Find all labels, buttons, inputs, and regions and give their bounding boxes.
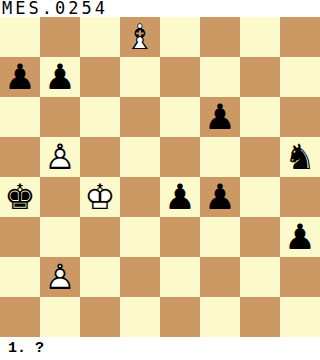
square-a3[interactable]	[0, 217, 40, 257]
square-f5[interactable]	[200, 137, 240, 177]
piece-white-pawn	[40, 137, 80, 177]
square-f3[interactable]	[200, 217, 240, 257]
square-c2[interactable]	[80, 257, 120, 297]
square-g2[interactable]	[240, 257, 280, 297]
piece-black-pawn: ♟	[0, 57, 40, 97]
square-a5[interactable]	[0, 137, 40, 177]
square-b8[interactable]	[40, 17, 80, 57]
square-f8[interactable]	[200, 17, 240, 57]
square-h1[interactable]	[280, 297, 320, 337]
square-e6[interactable]	[160, 97, 200, 137]
square-g6[interactable]	[240, 97, 280, 137]
square-d1[interactable]	[120, 297, 160, 337]
piece-black-knight: ♞	[280, 137, 320, 177]
square-b3[interactable]	[40, 217, 80, 257]
move-prompt: 1. ?	[0, 337, 320, 360]
square-e1[interactable]	[160, 297, 200, 337]
square-c1[interactable]	[80, 297, 120, 337]
piece-white-pawn	[40, 257, 80, 297]
square-a2[interactable]	[0, 257, 40, 297]
square-e7[interactable]	[160, 57, 200, 97]
square-a8[interactable]	[0, 17, 40, 57]
square-e3[interactable]	[160, 217, 200, 257]
square-a6[interactable]	[0, 97, 40, 137]
square-b4[interactable]	[40, 177, 80, 217]
square-h8[interactable]	[280, 17, 320, 57]
square-b6[interactable]	[40, 97, 80, 137]
piece-black-pawn: ♟	[200, 177, 240, 217]
square-b2[interactable]	[40, 257, 80, 297]
square-e8[interactable]	[160, 17, 200, 57]
square-c6[interactable]	[80, 97, 120, 137]
square-h7[interactable]	[280, 57, 320, 97]
square-g7[interactable]	[240, 57, 280, 97]
square-h4[interactable]	[280, 177, 320, 217]
square-b1[interactable]	[40, 297, 80, 337]
piece-black-pawn: ♟	[40, 57, 80, 97]
square-g4[interactable]	[240, 177, 280, 217]
square-h2[interactable]	[280, 257, 320, 297]
square-c3[interactable]	[80, 217, 120, 257]
square-h5[interactable]: ♞	[280, 137, 320, 177]
puzzle-id: MES.0254	[0, 0, 320, 17]
square-g3[interactable]	[240, 217, 280, 257]
square-h6[interactable]	[280, 97, 320, 137]
square-d4[interactable]	[120, 177, 160, 217]
square-g1[interactable]	[240, 297, 280, 337]
square-c8[interactable]	[80, 17, 120, 57]
square-b5[interactable]	[40, 137, 80, 177]
square-d7[interactable]	[120, 57, 160, 97]
square-d3[interactable]	[120, 217, 160, 257]
piece-black-pawn: ♟	[160, 177, 200, 217]
square-d5[interactable]	[120, 137, 160, 177]
square-e4[interactable]: ♟	[160, 177, 200, 217]
square-g5[interactable]	[240, 137, 280, 177]
square-c5[interactable]	[80, 137, 120, 177]
square-b7[interactable]: ♟	[40, 57, 80, 97]
square-f6[interactable]: ♟	[200, 97, 240, 137]
square-h3[interactable]: ♟	[280, 217, 320, 257]
piece-black-pawn: ♟	[280, 217, 320, 257]
square-f7[interactable]	[200, 57, 240, 97]
square-a1[interactable]	[0, 297, 40, 337]
square-g8[interactable]	[240, 17, 280, 57]
chess-board: ♟♟♟♞♚♟♟♟	[0, 17, 320, 337]
square-f1[interactable]	[200, 297, 240, 337]
piece-white-king	[80, 177, 120, 217]
square-e5[interactable]	[160, 137, 200, 177]
square-e2[interactable]	[160, 257, 200, 297]
square-c4[interactable]	[80, 177, 120, 217]
square-d8[interactable]	[120, 17, 160, 57]
piece-black-king: ♚	[0, 177, 40, 217]
square-d6[interactable]	[120, 97, 160, 137]
square-a4[interactable]: ♚	[0, 177, 40, 217]
piece-black-pawn: ♟	[200, 97, 240, 137]
square-f2[interactable]	[200, 257, 240, 297]
piece-white-bishop	[120, 17, 160, 57]
square-d2[interactable]	[120, 257, 160, 297]
square-c7[interactable]	[80, 57, 120, 97]
square-f4[interactable]: ♟	[200, 177, 240, 217]
square-a7[interactable]: ♟	[0, 57, 40, 97]
